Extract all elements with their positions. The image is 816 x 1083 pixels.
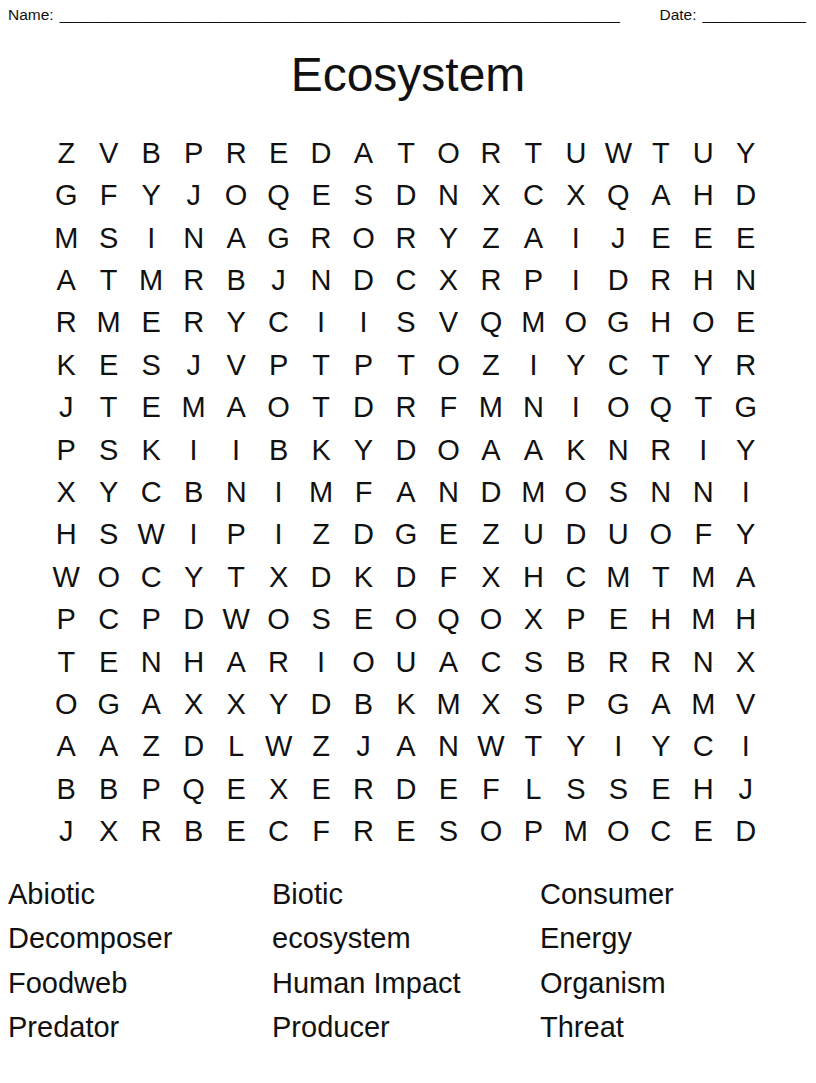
grid-cell-r12c16: M — [682, 599, 724, 641]
grid-cell-r7c6: O — [257, 386, 299, 428]
grid-cell-r5c5: Y — [215, 302, 257, 344]
grid-cell-r3c7: R — [300, 217, 342, 259]
grid-cell-r3c1: M — [45, 217, 87, 259]
word-bank-item: Abiotic — [8, 872, 272, 917]
grid-cell-r5c17: E — [725, 302, 767, 344]
grid-cell-r16c12: L — [512, 768, 554, 810]
grid-cell-r11c2: O — [87, 556, 129, 598]
grid-cell-r2c9: D — [385, 174, 427, 216]
grid-cell-r16c9: D — [385, 768, 427, 810]
grid-cell-r3c13: I — [555, 217, 597, 259]
grid-cell-r10c15: O — [640, 514, 682, 556]
grid-cell-r14c4: X — [172, 683, 214, 725]
grid-cell-r2c2: F — [87, 174, 129, 216]
grid-cell-r15c15: Y — [640, 726, 682, 768]
word-bank-item: Biotic — [272, 872, 540, 917]
grid-cell-r5c1: R — [45, 302, 87, 344]
grid-cell-r16c5: E — [215, 768, 257, 810]
grid-cell-r8c8: Y — [342, 429, 384, 471]
grid-cell-r11c11: X — [470, 556, 512, 598]
grid-cell-r6c4: J — [172, 344, 214, 386]
grid-cell-r14c2: G — [87, 683, 129, 725]
grid-cell-r4c15: R — [640, 259, 682, 301]
grid-cell-r3c12: A — [512, 217, 554, 259]
grid-cell-r10c13: D — [555, 514, 597, 556]
grid-cell-r15c6: W — [257, 726, 299, 768]
grid-cell-r1c8: A — [342, 132, 384, 174]
grid-cell-r7c15: Q — [640, 386, 682, 428]
grid-cell-r14c13: P — [555, 683, 597, 725]
grid-cell-r14c6: Y — [257, 683, 299, 725]
grid-cell-r7c2: T — [87, 386, 129, 428]
grid-cell-r11c12: H — [512, 556, 554, 598]
grid-cell-r12c14: E — [597, 599, 639, 641]
grid-cell-r16c17: J — [725, 768, 767, 810]
grid-cell-r12c9: O — [385, 599, 427, 641]
grid-cell-r8c6: B — [257, 429, 299, 471]
grid-cell-r2c6: Q — [257, 174, 299, 216]
grid-cell-r14c11: X — [470, 683, 512, 725]
grid-cell-r13c1: T — [45, 641, 87, 683]
grid-cell-r7c5: A — [215, 386, 257, 428]
grid-cell-r15c9: A — [385, 726, 427, 768]
grid-cell-r7c14: O — [597, 386, 639, 428]
grid-cell-r10c17: Y — [725, 514, 767, 556]
grid-cell-r6c11: Z — [470, 344, 512, 386]
word-bank-item: Foodweb — [8, 961, 272, 1006]
grid-cell-r7c7: T — [300, 386, 342, 428]
grid-cell-r5c7: I — [300, 302, 342, 344]
grid-cell-r16c8: R — [342, 768, 384, 810]
grid-cell-r6c12: I — [512, 344, 554, 386]
grid-cell-r13c16: N — [682, 641, 724, 683]
grid-cell-r13c15: R — [640, 641, 682, 683]
grid-cell-r14c9: K — [385, 683, 427, 725]
word-bank-item: Producer — [272, 1006, 540, 1051]
grid-cell-r2c15: A — [640, 174, 682, 216]
grid-cell-r10c10: E — [427, 514, 469, 556]
grid-cell-r4c14: D — [597, 259, 639, 301]
grid-cell-r17c12: P — [512, 811, 554, 853]
grid-cell-r16c4: Q — [172, 768, 214, 810]
grid-cell-r17c13: M — [555, 811, 597, 853]
grid-cell-r1c16: U — [682, 132, 724, 174]
grid-cell-r6c15: T — [640, 344, 682, 386]
grid-cell-r9c13: O — [555, 471, 597, 513]
grid-cell-r1c7: D — [300, 132, 342, 174]
grid-cell-r15c13: Y — [555, 726, 597, 768]
grid-cell-r13c6: R — [257, 641, 299, 683]
grid-cell-r14c12: S — [512, 683, 554, 725]
grid-cell-r15c5: L — [215, 726, 257, 768]
grid-cell-r11c4: Y — [172, 556, 214, 598]
grid-cell-r1c1: Z — [45, 132, 87, 174]
grid-cell-r6c3: S — [130, 344, 172, 386]
grid-cell-r11c3: C — [130, 556, 172, 598]
grid-cell-r6c7: T — [300, 344, 342, 386]
grid-cell-r8c2: S — [87, 429, 129, 471]
grid-cell-r5c3: E — [130, 302, 172, 344]
grid-cell-r2c7: E — [300, 174, 342, 216]
grid-cell-r4c4: R — [172, 259, 214, 301]
grid-cell-r11c14: M — [597, 556, 639, 598]
grid-cell-r3c9: R — [385, 217, 427, 259]
grid-cell-r3c10: Y — [427, 217, 469, 259]
grid-cell-r8c9: D — [385, 429, 427, 471]
grid-cell-r14c10: M — [427, 683, 469, 725]
grid-cell-r1c2: V — [87, 132, 129, 174]
grid-cell-r7c8: D — [342, 386, 384, 428]
word-bank-item: Consumer — [540, 872, 808, 917]
grid-cell-r6c14: C — [597, 344, 639, 386]
grid-cell-r7c13: I — [555, 386, 597, 428]
grid-cell-r12c8: E — [342, 599, 384, 641]
grid-cell-r7c3: E — [130, 386, 172, 428]
puzzle-title: Ecosystem — [0, 46, 816, 104]
grid-cell-r7c9: R — [385, 386, 427, 428]
grid-cell-r7c16: T — [682, 386, 724, 428]
grid-cell-r1c14: W — [597, 132, 639, 174]
grid-cell-r13c13: B — [555, 641, 597, 683]
grid-cell-r8c13: K — [555, 429, 597, 471]
word-bank: AbioticBioticConsumerDecomposerecosystem… — [8, 872, 808, 1050]
grid-cell-r11c5: T — [215, 556, 257, 598]
grid-cell-r8c14: N — [597, 429, 639, 471]
grid-cell-r11c7: D — [300, 556, 342, 598]
grid-cell-r12c5: W — [215, 599, 257, 641]
grid-cell-r10c14: U — [597, 514, 639, 556]
word-bank-item: Threat — [540, 1006, 808, 1051]
grid-cell-r11c15: T — [640, 556, 682, 598]
grid-cell-r4c17: N — [725, 259, 767, 301]
grid-cell-r2c10: N — [427, 174, 469, 216]
grid-cell-r5c12: M — [512, 302, 554, 344]
grid-cell-r9c2: Y — [87, 471, 129, 513]
word-bank-item: Energy — [540, 917, 808, 962]
grid-cell-r2c4: J — [172, 174, 214, 216]
grid-cell-r3c2: S — [87, 217, 129, 259]
grid-cell-r6c2: E — [87, 344, 129, 386]
grid-cell-r14c17: V — [725, 683, 767, 725]
grid-cell-r10c16: F — [682, 514, 724, 556]
grid-cell-r6c16: Y — [682, 344, 724, 386]
word-bank-item: Predator — [8, 1006, 272, 1051]
date-label: Date: — [659, 6, 696, 24]
grid-cell-r1c13: U — [555, 132, 597, 174]
grid-cell-r12c4: D — [172, 599, 214, 641]
grid-cell-r4c12: P — [512, 259, 554, 301]
grid-cell-r2c16: H — [682, 174, 724, 216]
grid-cell-r8c11: A — [470, 429, 512, 471]
grid-cell-r13c7: I — [300, 641, 342, 683]
grid-cell-r6c6: P — [257, 344, 299, 386]
grid-cell-r16c2: B — [87, 768, 129, 810]
grid-cell-r3c6: G — [257, 217, 299, 259]
grid-cell-r1c11: R — [470, 132, 512, 174]
grid-cell-r16c1: B — [45, 768, 87, 810]
grid-cell-r9c4: B — [172, 471, 214, 513]
grid-cell-r17c14: O — [597, 811, 639, 853]
grid-cell-r2c1: G — [45, 174, 87, 216]
header: Name: __________________________________… — [8, 6, 806, 24]
grid-cell-r3c8: O — [342, 217, 384, 259]
grid-cell-r11c17: A — [725, 556, 767, 598]
grid-cell-r4c13: I — [555, 259, 597, 301]
grid-cell-r9c10: N — [427, 471, 469, 513]
grid-cell-r16c14: S — [597, 768, 639, 810]
grid-cell-r17c8: R — [342, 811, 384, 853]
grid-cell-r8c10: O — [427, 429, 469, 471]
grid-cell-r17c9: E — [385, 811, 427, 853]
grid-cell-r3c5: A — [215, 217, 257, 259]
grid-cell-r15c3: Z — [130, 726, 172, 768]
grid-cell-r14c7: D — [300, 683, 342, 725]
grid-cell-r1c5: R — [215, 132, 257, 174]
grid-cell-r10c2: S — [87, 514, 129, 556]
grid-cell-r13c12: S — [512, 641, 554, 683]
grid-cell-r12c7: S — [300, 599, 342, 641]
grid-cell-r15c17: I — [725, 726, 767, 768]
grid-cell-r6c8: P — [342, 344, 384, 386]
grid-cell-r17c1: J — [45, 811, 87, 853]
grid-cell-r4c7: N — [300, 259, 342, 301]
grid-cell-r13c9: U — [385, 641, 427, 683]
grid-cell-r5c15: H — [640, 302, 682, 344]
grid-cell-r2c12: C — [512, 174, 554, 216]
grid-cell-r5c11: Q — [470, 302, 512, 344]
grid-cell-r7c17: G — [725, 386, 767, 428]
date-blank-line: ____________ — [703, 6, 806, 24]
grid-cell-r16c11: F — [470, 768, 512, 810]
grid-cell-r11c1: W — [45, 556, 87, 598]
grid-cell-r5c4: R — [172, 302, 214, 344]
grid-cell-r1c12: T — [512, 132, 554, 174]
grid-cell-r8c12: A — [512, 429, 554, 471]
grid-cell-r17c3: R — [130, 811, 172, 853]
grid-cell-r4c8: D — [342, 259, 384, 301]
grid-cell-r5c8: I — [342, 302, 384, 344]
grid-cell-r12c13: P — [555, 599, 597, 641]
grid-cell-r15c7: Z — [300, 726, 342, 768]
grid-cell-r9c12: M — [512, 471, 554, 513]
grid-cell-r15c4: D — [172, 726, 214, 768]
grid-cell-r11c9: D — [385, 556, 427, 598]
grid-cell-r10c8: D — [342, 514, 384, 556]
wordsearch-grid: ZVBPREDATORTUWTUYGFYJOQESDNXCXQAHDMSINAG… — [45, 132, 767, 853]
grid-cell-r17c7: F — [300, 811, 342, 853]
grid-cell-r5c13: O — [555, 302, 597, 344]
grid-cell-r10c6: I — [257, 514, 299, 556]
grid-cell-r1c17: Y — [725, 132, 767, 174]
grid-cell-r9c1: X — [45, 471, 87, 513]
grid-cell-r13c11: C — [470, 641, 512, 683]
grid-cell-r5c9: S — [385, 302, 427, 344]
grid-cell-r2c13: X — [555, 174, 597, 216]
grid-cell-r1c10: O — [427, 132, 469, 174]
grid-cell-r15c11: W — [470, 726, 512, 768]
grid-cell-r4c2: T — [87, 259, 129, 301]
grid-cell-r10c11: Z — [470, 514, 512, 556]
grid-cell-r17c11: O — [470, 811, 512, 853]
grid-cell-r5c2: M — [87, 302, 129, 344]
grid-cell-r1c9: T — [385, 132, 427, 174]
word-bank-item: Decomposer — [8, 917, 272, 962]
grid-cell-r7c11: M — [470, 386, 512, 428]
grid-cell-r9c14: S — [597, 471, 639, 513]
grid-cell-r17c2: X — [87, 811, 129, 853]
grid-cell-r14c14: G — [597, 683, 639, 725]
grid-cell-r5c10: V — [427, 302, 469, 344]
grid-cell-r4c9: C — [385, 259, 427, 301]
grid-cell-r8c4: I — [172, 429, 214, 471]
grid-cell-r10c9: G — [385, 514, 427, 556]
grid-cell-r16c13: S — [555, 768, 597, 810]
grid-cell-r12c1: P — [45, 599, 87, 641]
grid-cell-r3c17: E — [725, 217, 767, 259]
grid-cell-r17c5: E — [215, 811, 257, 853]
grid-cell-r16c16: H — [682, 768, 724, 810]
grid-cell-r5c16: O — [682, 302, 724, 344]
grid-cell-r3c3: I — [130, 217, 172, 259]
grid-cell-r11c8: K — [342, 556, 384, 598]
grid-cell-r13c14: R — [597, 641, 639, 683]
grid-cell-r1c3: B — [130, 132, 172, 174]
grid-cell-r13c17: X — [725, 641, 767, 683]
grid-cell-r7c4: M — [172, 386, 214, 428]
grid-cell-r8c7: K — [300, 429, 342, 471]
grid-cell-r9c11: D — [470, 471, 512, 513]
grid-cell-r3c16: E — [682, 217, 724, 259]
grid-cell-r15c10: N — [427, 726, 469, 768]
grid-cell-r3c14: J — [597, 217, 639, 259]
grid-cell-r11c16: M — [682, 556, 724, 598]
grid-cell-r7c1: J — [45, 386, 87, 428]
grid-cell-r9c16: N — [682, 471, 724, 513]
grid-cell-r14c15: A — [640, 683, 682, 725]
grid-cell-r6c13: Y — [555, 344, 597, 386]
grid-cell-r13c3: N — [130, 641, 172, 683]
grid-cell-r16c6: X — [257, 768, 299, 810]
grid-cell-r10c1: H — [45, 514, 87, 556]
grid-cell-r6c17: R — [725, 344, 767, 386]
grid-cell-r1c4: P — [172, 132, 214, 174]
grid-cell-r12c6: O — [257, 599, 299, 641]
grid-cell-r16c10: E — [427, 768, 469, 810]
grid-cell-r2c14: Q — [597, 174, 639, 216]
grid-cell-r5c6: C — [257, 302, 299, 344]
grid-cell-r10c5: P — [215, 514, 257, 556]
grid-cell-r8c1: P — [45, 429, 87, 471]
grid-cell-r4c11: R — [470, 259, 512, 301]
grid-cell-r9c17: I — [725, 471, 767, 513]
grid-cell-r13c4: H — [172, 641, 214, 683]
grid-cell-r9c9: A — [385, 471, 427, 513]
grid-cell-r2c5: O — [215, 174, 257, 216]
grid-cell-r8c5: I — [215, 429, 257, 471]
grid-cell-r4c3: M — [130, 259, 172, 301]
grid-cell-r17c4: B — [172, 811, 214, 853]
grid-cell-r1c15: T — [640, 132, 682, 174]
grid-cell-r10c4: I — [172, 514, 214, 556]
grid-cell-r17c17: D — [725, 811, 767, 853]
grid-cell-r9c3: C — [130, 471, 172, 513]
grid-cell-r2c17: D — [725, 174, 767, 216]
grid-cell-r3c15: E — [640, 217, 682, 259]
grid-cell-r11c13: C — [555, 556, 597, 598]
word-bank-item: ecosystem — [272, 917, 540, 962]
grid-cell-r10c12: U — [512, 514, 554, 556]
grid-cell-r15c8: J — [342, 726, 384, 768]
grid-cell-r6c1: K — [45, 344, 87, 386]
grid-cell-r12c12: X — [512, 599, 554, 641]
grid-cell-r15c1: A — [45, 726, 87, 768]
grid-cell-r10c7: Z — [300, 514, 342, 556]
grid-cell-r2c8: S — [342, 174, 384, 216]
grid-cell-r16c15: E — [640, 768, 682, 810]
word-bank-item: Organism — [540, 961, 808, 1006]
grid-cell-r8c17: Y — [725, 429, 767, 471]
grid-cell-r13c2: E — [87, 641, 129, 683]
grid-cell-r3c11: Z — [470, 217, 512, 259]
name-label: Name: — [8, 6, 54, 24]
grid-cell-r4c5: B — [215, 259, 257, 301]
grid-cell-r15c12: T — [512, 726, 554, 768]
grid-cell-r17c15: C — [640, 811, 682, 853]
word-bank-item: Human Impact — [272, 961, 540, 1006]
grid-cell-r8c15: R — [640, 429, 682, 471]
grid-cell-r7c12: N — [512, 386, 554, 428]
grid-cell-r12c15: H — [640, 599, 682, 641]
grid-cell-r15c16: C — [682, 726, 724, 768]
name-blank-line: ________________________________________… — [60, 6, 620, 24]
grid-cell-r14c16: M — [682, 683, 724, 725]
grid-cell-r14c1: O — [45, 683, 87, 725]
grid-cell-r2c11: X — [470, 174, 512, 216]
grid-cell-r8c16: I — [682, 429, 724, 471]
grid-cell-r16c7: E — [300, 768, 342, 810]
grid-cell-r14c5: X — [215, 683, 257, 725]
grid-cell-r12c11: O — [470, 599, 512, 641]
grid-cell-r4c10: X — [427, 259, 469, 301]
grid-cell-r6c5: V — [215, 344, 257, 386]
grid-cell-r3c4: N — [172, 217, 214, 259]
grid-cell-r6c9: T — [385, 344, 427, 386]
grid-cell-r14c8: B — [342, 683, 384, 725]
grid-cell-r9c8: F — [342, 471, 384, 513]
grid-cell-r4c6: J — [257, 259, 299, 301]
grid-cell-r9c5: N — [215, 471, 257, 513]
grid-cell-r12c17: H — [725, 599, 767, 641]
grid-cell-r2c3: Y — [130, 174, 172, 216]
grid-cell-r5c14: G — [597, 302, 639, 344]
grid-cell-r10c3: W — [130, 514, 172, 556]
grid-cell-r9c6: I — [257, 471, 299, 513]
grid-cell-r13c10: A — [427, 641, 469, 683]
grid-cell-r15c14: I — [597, 726, 639, 768]
grid-cell-r9c15: N — [640, 471, 682, 513]
grid-cell-r1c6: E — [257, 132, 299, 174]
grid-cell-r17c6: C — [257, 811, 299, 853]
grid-cell-r12c2: C — [87, 599, 129, 641]
grid-cell-r12c10: Q — [427, 599, 469, 641]
grid-cell-r6c10: O — [427, 344, 469, 386]
grid-cell-r7c10: F — [427, 386, 469, 428]
grid-cell-r8c3: K — [130, 429, 172, 471]
grid-cell-r13c8: O — [342, 641, 384, 683]
grid-cell-r17c16: E — [682, 811, 724, 853]
grid-cell-r16c3: P — [130, 768, 172, 810]
grid-cell-r11c6: X — [257, 556, 299, 598]
